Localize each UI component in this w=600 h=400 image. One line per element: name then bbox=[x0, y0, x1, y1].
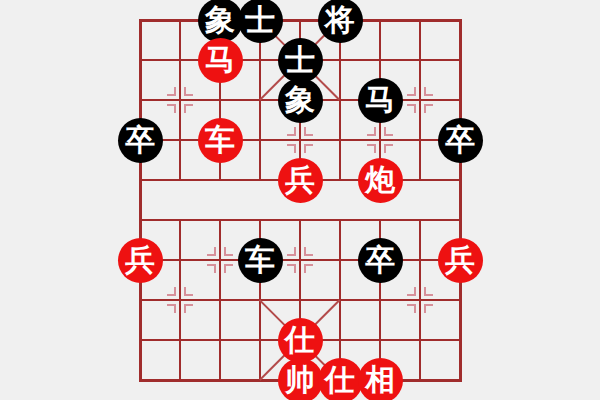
black-elephant[interactable]: 象 bbox=[278, 78, 323, 123]
red-soldier[interactable]: 兵 bbox=[278, 158, 323, 203]
red-soldier[interactable]: 兵 bbox=[438, 238, 483, 283]
black-soldier[interactable]: 卒 bbox=[438, 118, 483, 163]
black-general[interactable]: 将 bbox=[318, 0, 363, 43]
red-elephant[interactable]: 相 bbox=[358, 358, 403, 400]
black-elephant[interactable]: 象 bbox=[198, 0, 243, 43]
black-advisor[interactable]: 士 bbox=[238, 0, 283, 43]
board-pieces-layer: 象士将马士象马卒车卒兵炮兵车卒兵仕帅仕相 bbox=[120, 0, 480, 400]
red-advisor[interactable]: 仕 bbox=[278, 318, 323, 363]
black-horse[interactable]: 马 bbox=[358, 78, 403, 123]
red-cannon[interactable]: 炮 bbox=[358, 158, 403, 203]
red-chariot[interactable]: 车 bbox=[198, 118, 243, 163]
black-chariot[interactable]: 车 bbox=[238, 238, 283, 283]
red-general[interactable]: 帅 bbox=[278, 358, 323, 400]
black-advisor[interactable]: 士 bbox=[278, 38, 323, 83]
black-soldier[interactable]: 卒 bbox=[118, 118, 163, 163]
black-soldier[interactable]: 卒 bbox=[358, 238, 403, 283]
red-horse[interactable]: 马 bbox=[198, 38, 243, 83]
app-background: { "game": "xiangqi", "description": "Chi… bbox=[0, 0, 600, 400]
red-advisor[interactable]: 仕 bbox=[318, 358, 363, 400]
red-soldier[interactable]: 兵 bbox=[118, 238, 163, 283]
xiangqi-board[interactable]: 象士将马士象马卒车卒兵炮兵车卒兵仕帅仕相 bbox=[120, 0, 480, 400]
